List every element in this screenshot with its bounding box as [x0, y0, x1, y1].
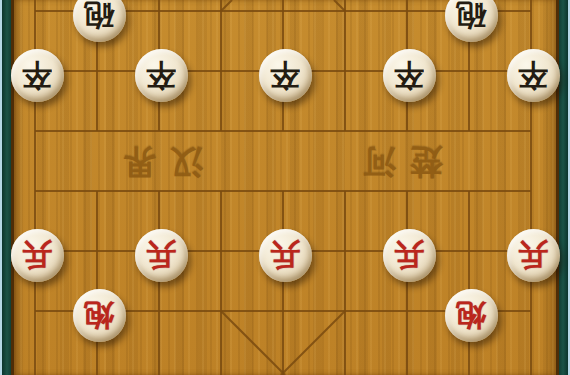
- piece-red-cannon[interactable]: 炮: [73, 289, 126, 342]
- piece-glyph: 卒: [22, 60, 52, 90]
- river-character: 汉: [170, 146, 203, 179]
- piece-glyph: 卒: [146, 60, 176, 90]
- piece-black-soldier[interactable]: 卒: [259, 49, 312, 102]
- piece-black-soldier[interactable]: 卒: [11, 49, 64, 102]
- piece-black-soldier[interactable]: 卒: [507, 49, 560, 102]
- piece-glyph: 兵: [394, 240, 424, 270]
- piece-red-soldier[interactable]: 兵: [259, 229, 312, 282]
- river-label-right: 楚河: [363, 146, 443, 179]
- river-character: 界: [123, 146, 156, 179]
- piece-red-soldier[interactable]: 兵: [135, 229, 188, 282]
- piece-black-soldier[interactable]: 卒: [135, 49, 188, 102]
- xiangqi-board-screen: 汉界 楚河 砲砲卒卒卒卒卒兵兵兵兵兵炮炮: [0, 0, 570, 375]
- piece-red-soldier[interactable]: 兵: [383, 229, 436, 282]
- piece-glyph: 兵: [146, 240, 176, 270]
- river-character: 河: [363, 146, 396, 179]
- piece-glyph: 砲: [84, 0, 114, 30]
- piece-glyph: 炮: [84, 300, 114, 330]
- piece-glyph: 砲: [456, 0, 486, 30]
- river-character: 楚: [410, 146, 443, 179]
- piece-black-soldier[interactable]: 卒: [383, 49, 436, 102]
- piece-glyph: 炮: [456, 300, 486, 330]
- piece-red-cannon[interactable]: 炮: [445, 289, 498, 342]
- piece-glyph: 兵: [270, 240, 300, 270]
- river-label-left: 汉界: [123, 146, 203, 179]
- piece-glyph: 兵: [518, 240, 548, 270]
- piece-glyph: 卒: [394, 60, 424, 90]
- piece-glyph: 兵: [22, 240, 52, 270]
- piece-red-soldier[interactable]: 兵: [11, 229, 64, 282]
- piece-glyph: 卒: [518, 60, 548, 90]
- piece-red-soldier[interactable]: 兵: [507, 229, 560, 282]
- piece-glyph: 卒: [270, 60, 300, 90]
